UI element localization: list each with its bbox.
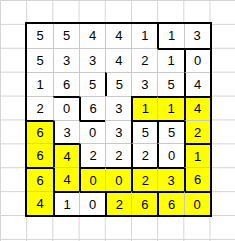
- cell-r2c4[interactable]: 4: [105, 48, 131, 72]
- cell-r8c1[interactable]: 4: [27, 191, 53, 215]
- cell-r3c1[interactable]: 1: [27, 72, 53, 96]
- cell-r3c4[interactable]: 5: [105, 72, 131, 96]
- cell-r1c1[interactable]: 5: [27, 24, 53, 48]
- cell-r4c3[interactable]: 6: [79, 96, 105, 120]
- cell-r4c1[interactable]: 2: [27, 96, 53, 120]
- cell-r5c7[interactable]: 2: [184, 120, 210, 144]
- cell-r7c3[interactable]: 0: [79, 167, 105, 191]
- cell-r3c2[interactable]: 6: [53, 72, 79, 96]
- cell-r8c5[interactable]: 6: [131, 191, 157, 215]
- cell-r2c2[interactable]: 3: [53, 48, 79, 72]
- cell-r1c2[interactable]: 5: [53, 24, 79, 48]
- cell-r6c1[interactable]: 6: [27, 143, 53, 167]
- cell-r2c5[interactable]: 2: [131, 48, 157, 72]
- cell-r7c6[interactable]: 3: [157, 167, 183, 191]
- cell-r1c3[interactable]: 4: [79, 24, 105, 48]
- cell-r3c3[interactable]: 5: [79, 72, 105, 96]
- cell-r6c5[interactable]: 2: [131, 143, 157, 167]
- cell-r1c4[interactable]: 4: [105, 24, 131, 48]
- cell-r8c6[interactable]: 6: [157, 191, 183, 215]
- cell-r7c4[interactable]: 0: [105, 167, 131, 191]
- cell-r3c7[interactable]: 4: [184, 72, 210, 96]
- cell-r6c4[interactable]: 2: [105, 143, 131, 167]
- cell-r6c6[interactable]: 0: [157, 143, 183, 167]
- cell-r2c3[interactable]: 3: [79, 48, 105, 72]
- cell-r7c2[interactable]: 4: [53, 167, 79, 191]
- cell-r7c7[interactable]: 6: [184, 167, 210, 191]
- cell-r3c5[interactable]: 3: [131, 72, 157, 96]
- cell-r5c1[interactable]: 6: [27, 120, 53, 144]
- cell-r6c2[interactable]: 4: [53, 143, 79, 167]
- cell-r4c6[interactable]: 1: [157, 96, 183, 120]
- cell-r8c7[interactable]: 0: [184, 191, 210, 215]
- cell-r8c2[interactable]: 1: [53, 191, 79, 215]
- cell-r8c4[interactable]: 2: [105, 191, 131, 215]
- cell-r4c4[interactable]: 3: [105, 96, 131, 120]
- cell-r5c5[interactable]: 5: [131, 120, 157, 144]
- cell-r1c7[interactable]: 3: [184, 24, 210, 48]
- dominosa-board: 5544113533421016553542063114630355264222…: [25, 22, 212, 217]
- cell-r6c7[interactable]: 1: [184, 143, 210, 167]
- cell-r2c7[interactable]: 0: [184, 48, 210, 72]
- cell-r5c4[interactable]: 3: [105, 120, 131, 144]
- cell-r1c5[interactable]: 1: [131, 24, 157, 48]
- cell-r2c6[interactable]: 1: [157, 48, 183, 72]
- cell-r8c3[interactable]: 0: [79, 191, 105, 215]
- cell-r2c1[interactable]: 5: [27, 48, 53, 72]
- cell-r4c2[interactable]: 0: [53, 96, 79, 120]
- cell-r1c6[interactable]: 1: [157, 24, 183, 48]
- cell-r3c6[interactable]: 5: [157, 72, 183, 96]
- cell-r7c5[interactable]: 2: [131, 167, 157, 191]
- cell-r7c1[interactable]: 6: [27, 167, 53, 191]
- cell-r5c2[interactable]: 3: [53, 120, 79, 144]
- cell-r4c7[interactable]: 4: [184, 96, 210, 120]
- cell-r6c3[interactable]: 2: [79, 143, 105, 167]
- cell-r5c3[interactable]: 0: [79, 120, 105, 144]
- cell-r4c5[interactable]: 1: [131, 96, 157, 120]
- cell-r5c6[interactable]: 5: [157, 120, 183, 144]
